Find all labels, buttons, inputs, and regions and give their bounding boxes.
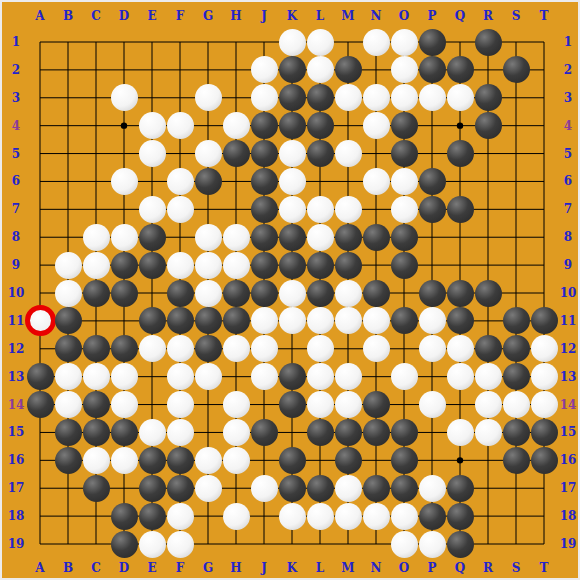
stone-S11[interactable] <box>503 307 530 334</box>
row-label-4: 4 <box>564 120 572 132</box>
stone-D16[interactable] <box>111 447 138 474</box>
stone-C10[interactable] <box>83 280 110 307</box>
stone-A13[interactable] <box>27 363 54 390</box>
stone-J10[interactable] <box>251 280 278 307</box>
stone-F16[interactable] <box>167 447 194 474</box>
row-label-6: 6 <box>12 175 20 187</box>
stone-O13[interactable] <box>391 363 418 390</box>
col-label-M: M <box>341 10 354 22</box>
stone-K10[interactable] <box>279 280 306 307</box>
col-label-S: S <box>512 10 521 22</box>
stone-E18[interactable] <box>139 503 166 530</box>
stone-Q12[interactable] <box>447 335 474 362</box>
stone-J6[interactable] <box>251 168 278 195</box>
row-label-2: 2 <box>564 64 572 76</box>
stone-O6[interactable] <box>391 168 418 195</box>
last-move-marker-stone-A11[interactable] <box>25 305 56 336</box>
col-label-D: D <box>119 10 129 22</box>
stone-S14[interactable] <box>503 391 530 418</box>
stone-K6[interactable] <box>279 168 306 195</box>
col-label-B: B <box>63 562 73 574</box>
row-label-12: 12 <box>8 343 25 355</box>
stone-N14[interactable] <box>363 391 390 418</box>
stone-L8[interactable] <box>307 224 334 251</box>
stone-L9[interactable] <box>307 252 334 279</box>
stone-E15[interactable] <box>139 419 166 446</box>
stone-N15[interactable] <box>363 419 390 446</box>
stone-M7[interactable] <box>335 196 362 223</box>
stone-D3[interactable] <box>111 84 138 111</box>
stone-F15[interactable] <box>167 419 194 446</box>
stone-H18[interactable] <box>223 503 250 530</box>
stone-K17[interactable] <box>279 475 306 502</box>
row-label-16: 16 <box>8 454 25 466</box>
stone-N17[interactable] <box>363 475 390 502</box>
stone-J8[interactable] <box>251 224 278 251</box>
stone-O5[interactable] <box>391 140 418 167</box>
stone-P12[interactable] <box>419 335 446 362</box>
stone-G5[interactable] <box>195 140 222 167</box>
stone-B16[interactable] <box>55 447 82 474</box>
stone-P18[interactable] <box>419 503 446 530</box>
stone-Q15[interactable] <box>447 419 474 446</box>
stone-B11[interactable] <box>55 307 82 334</box>
stone-O15[interactable] <box>391 419 418 446</box>
stone-P10[interactable] <box>419 280 446 307</box>
col-label-E: E <box>147 10 156 22</box>
stone-N12[interactable] <box>363 335 390 362</box>
stone-F13[interactable] <box>167 363 194 390</box>
stone-R10[interactable] <box>475 280 502 307</box>
col-label-M: M <box>341 562 354 574</box>
stone-M13[interactable] <box>335 363 362 390</box>
stone-L14[interactable] <box>307 391 334 418</box>
col-label-P: P <box>427 562 436 574</box>
stone-J15[interactable] <box>251 419 278 446</box>
stone-M15[interactable] <box>335 419 362 446</box>
stone-M18[interactable] <box>335 503 362 530</box>
row-label-8: 8 <box>564 231 572 243</box>
stone-L18[interactable] <box>307 503 334 530</box>
stone-S12[interactable] <box>503 335 530 362</box>
stone-O17[interactable] <box>391 475 418 502</box>
stone-L17[interactable] <box>307 475 334 502</box>
stone-L10[interactable] <box>307 280 334 307</box>
stone-C15[interactable] <box>83 419 110 446</box>
stone-D8[interactable] <box>111 224 138 251</box>
stone-P14[interactable] <box>419 391 446 418</box>
stone-D15[interactable] <box>111 419 138 446</box>
stone-T15[interactable] <box>531 419 558 446</box>
stone-T12[interactable] <box>531 335 558 362</box>
stone-D18[interactable] <box>111 503 138 530</box>
stone-J3[interactable] <box>251 84 278 111</box>
stone-Q5[interactable] <box>447 140 474 167</box>
stone-K8[interactable] <box>279 224 306 251</box>
stone-D19[interactable] <box>111 531 138 558</box>
stone-N6[interactable] <box>363 168 390 195</box>
stone-M17[interactable] <box>335 475 362 502</box>
screenshot-root: AABBCCDDEEFFGGHHJJKKLLMMNNOOPPQQRRSSTT11… <box>0 0 580 580</box>
stone-R1[interactable] <box>475 29 502 56</box>
row-label-2: 2 <box>12 64 20 76</box>
stone-O1[interactable] <box>391 29 418 56</box>
stone-E17[interactable] <box>139 475 166 502</box>
stone-L15[interactable] <box>307 419 334 446</box>
stone-E5[interactable] <box>139 140 166 167</box>
col-label-G: G <box>203 562 213 574</box>
stone-B13[interactable] <box>55 363 82 390</box>
row-label-16: 16 <box>560 454 577 466</box>
col-label-N: N <box>371 10 382 22</box>
row-label-3: 3 <box>564 92 572 104</box>
stone-F7[interactable] <box>167 196 194 223</box>
stone-M5[interactable] <box>335 140 362 167</box>
stone-M11[interactable] <box>335 307 362 334</box>
row-label-14: 14 <box>8 399 25 411</box>
stone-T13[interactable] <box>531 363 558 390</box>
stone-M14[interactable] <box>335 391 362 418</box>
col-label-D: D <box>119 562 129 574</box>
stone-R14[interactable] <box>475 391 502 418</box>
col-label-A: A <box>35 562 44 574</box>
stone-R13[interactable] <box>475 363 502 390</box>
stone-C16[interactable] <box>83 447 110 474</box>
col-label-O: O <box>399 562 409 574</box>
stone-E7[interactable] <box>139 196 166 223</box>
stone-K11[interactable] <box>279 307 306 334</box>
stone-D14[interactable] <box>111 391 138 418</box>
stone-J4[interactable] <box>251 112 278 139</box>
col-label-N: N <box>371 562 382 574</box>
row-label-1: 1 <box>564 36 572 48</box>
row-label-17: 17 <box>560 482 577 494</box>
stone-Q10[interactable] <box>447 280 474 307</box>
stone-G16[interactable] <box>195 447 222 474</box>
stone-G17[interactable] <box>195 475 222 502</box>
stone-H11[interactable] <box>223 307 250 334</box>
stone-M16[interactable] <box>335 447 362 474</box>
col-label-F: F <box>176 562 185 574</box>
col-label-A: A <box>35 10 44 22</box>
col-label-L: L <box>316 562 324 574</box>
stone-C9[interactable] <box>83 252 110 279</box>
stone-B15[interactable] <box>55 419 82 446</box>
stone-Q19[interactable] <box>447 531 474 558</box>
stone-P6[interactable] <box>419 168 446 195</box>
stone-M3[interactable] <box>335 84 362 111</box>
stone-P3[interactable] <box>419 84 446 111</box>
stone-H9[interactable] <box>223 252 250 279</box>
row-label-1: 1 <box>12 36 20 48</box>
row-label-7: 7 <box>564 203 572 215</box>
stone-D6[interactable] <box>111 168 138 195</box>
stone-G8[interactable] <box>195 224 222 251</box>
stone-C12[interactable] <box>83 335 110 362</box>
col-label-S: S <box>512 562 521 574</box>
col-label-B: B <box>63 10 73 22</box>
row-label-10: 10 <box>8 287 25 299</box>
stone-J13[interactable] <box>251 363 278 390</box>
stone-M9[interactable] <box>335 252 362 279</box>
row-label-9: 9 <box>564 259 572 271</box>
stone-S2[interactable] <box>503 56 530 83</box>
stone-K4[interactable] <box>279 112 306 139</box>
stone-N8[interactable] <box>363 224 390 251</box>
stone-R3[interactable] <box>475 84 502 111</box>
row-label-18: 18 <box>8 510 25 522</box>
stone-G6[interactable] <box>195 168 222 195</box>
go-board[interactable]: AABBCCDDEEFFGGHHJJKKLLMMNNOOPPQQRRSSTT11… <box>2 2 578 578</box>
stone-F19[interactable] <box>167 531 194 558</box>
row-label-10: 10 <box>560 287 577 299</box>
stone-N18[interactable] <box>363 503 390 530</box>
stone-Q7[interactable] <box>447 196 474 223</box>
stone-L7[interactable] <box>307 196 334 223</box>
stone-J2[interactable] <box>251 56 278 83</box>
stone-H15[interactable] <box>223 419 250 446</box>
stone-O3[interactable] <box>391 84 418 111</box>
stone-B10[interactable] <box>55 280 82 307</box>
stone-C14[interactable] <box>83 391 110 418</box>
stone-H4[interactable] <box>223 112 250 139</box>
stone-T14[interactable] <box>531 391 558 418</box>
stone-F6[interactable] <box>167 168 194 195</box>
stone-E19[interactable] <box>139 531 166 558</box>
stone-M8[interactable] <box>335 224 362 251</box>
stone-B14[interactable] <box>55 391 82 418</box>
stone-G9[interactable] <box>195 252 222 279</box>
stone-K1[interactable] <box>279 29 306 56</box>
col-label-G: G <box>203 10 213 22</box>
stone-Q13[interactable] <box>447 363 474 390</box>
stone-P1[interactable] <box>419 29 446 56</box>
stone-F18[interactable] <box>167 503 194 530</box>
col-label-H: H <box>230 10 241 22</box>
stone-S16[interactable] <box>503 447 530 474</box>
stone-G13[interactable] <box>195 363 222 390</box>
stone-L13[interactable] <box>307 363 334 390</box>
row-label-17: 17 <box>8 482 25 494</box>
stone-O4[interactable] <box>391 112 418 139</box>
stone-P19[interactable] <box>419 531 446 558</box>
hoshi-dot-Q4 <box>457 122 463 128</box>
stone-Q2[interactable] <box>447 56 474 83</box>
stone-K3[interactable] <box>279 84 306 111</box>
col-label-C: C <box>91 562 101 574</box>
stone-J9[interactable] <box>251 252 278 279</box>
stone-H5[interactable] <box>223 140 250 167</box>
stone-H10[interactable] <box>223 280 250 307</box>
stone-T16[interactable] <box>531 447 558 474</box>
stone-K18[interactable] <box>279 503 306 530</box>
stone-F17[interactable] <box>167 475 194 502</box>
stone-Q18[interactable] <box>447 503 474 530</box>
col-label-T: T <box>540 562 549 574</box>
stone-J11[interactable] <box>251 307 278 334</box>
stone-G10[interactable] <box>195 280 222 307</box>
stone-J5[interactable] <box>251 140 278 167</box>
stone-L2[interactable] <box>307 56 334 83</box>
stone-M2[interactable] <box>335 56 362 83</box>
row-label-12: 12 <box>560 343 577 355</box>
stone-K14[interactable] <box>279 391 306 418</box>
row-label-9: 9 <box>12 259 20 271</box>
stone-F12[interactable] <box>167 335 194 362</box>
stone-H8[interactable] <box>223 224 250 251</box>
stone-T11[interactable] <box>531 307 558 334</box>
hoshi-dot-D4 <box>121 122 127 128</box>
stone-G12[interactable] <box>195 335 222 362</box>
stone-C13[interactable] <box>83 363 110 390</box>
stone-B12[interactable] <box>55 335 82 362</box>
stone-Q11[interactable] <box>447 307 474 334</box>
row-label-11: 11 <box>8 315 25 327</box>
stone-O8[interactable] <box>391 224 418 251</box>
col-label-C: C <box>91 10 101 22</box>
stone-F4[interactable] <box>167 112 194 139</box>
stone-P17[interactable] <box>419 475 446 502</box>
row-label-8: 8 <box>12 231 20 243</box>
stone-L3[interactable] <box>307 84 334 111</box>
row-label-19: 19 <box>560 538 577 550</box>
stone-P11[interactable] <box>419 307 446 334</box>
stone-A14[interactable] <box>27 391 54 418</box>
row-label-4: 4 <box>12 120 20 132</box>
stone-O18[interactable] <box>391 503 418 530</box>
stone-C17[interactable] <box>83 475 110 502</box>
col-label-K: K <box>287 10 297 22</box>
stone-N11[interactable] <box>363 307 390 334</box>
stone-K5[interactable] <box>279 140 306 167</box>
stone-R12[interactable] <box>475 335 502 362</box>
stone-R4[interactable] <box>475 112 502 139</box>
row-label-19: 19 <box>8 538 25 550</box>
row-label-11: 11 <box>560 315 577 327</box>
col-label-H: H <box>230 562 241 574</box>
stone-L4[interactable] <box>307 112 334 139</box>
stone-B9[interactable] <box>55 252 82 279</box>
stone-O2[interactable] <box>391 56 418 83</box>
row-label-15: 15 <box>8 426 25 438</box>
stone-J7[interactable] <box>251 196 278 223</box>
stone-N1[interactable] <box>363 29 390 56</box>
row-label-6: 6 <box>564 175 572 187</box>
stone-E11[interactable] <box>139 307 166 334</box>
stone-E9[interactable] <box>139 252 166 279</box>
stone-N10[interactable] <box>363 280 390 307</box>
col-label-F: F <box>176 10 185 22</box>
col-label-K: K <box>287 562 297 574</box>
col-label-R: R <box>483 10 493 22</box>
stone-N4[interactable] <box>363 112 390 139</box>
stone-K16[interactable] <box>279 447 306 474</box>
stone-O9[interactable] <box>391 252 418 279</box>
stone-E4[interactable] <box>139 112 166 139</box>
row-label-13: 13 <box>560 371 577 383</box>
stone-J12[interactable] <box>251 335 278 362</box>
stone-G3[interactable] <box>195 84 222 111</box>
stone-E8[interactable] <box>139 224 166 251</box>
col-label-J: J <box>261 562 267 574</box>
stone-O11[interactable] <box>391 307 418 334</box>
col-label-P: P <box>427 10 436 22</box>
row-label-13: 13 <box>8 371 25 383</box>
col-label-R: R <box>483 562 493 574</box>
stone-S13[interactable] <box>503 363 530 390</box>
stone-Q3[interactable] <box>447 84 474 111</box>
hoshi-dot-Q16 <box>457 457 463 463</box>
row-label-5: 5 <box>564 148 572 160</box>
stone-F9[interactable] <box>167 252 194 279</box>
stone-O7[interactable] <box>391 196 418 223</box>
row-label-7: 7 <box>12 203 20 215</box>
stone-D10[interactable] <box>111 280 138 307</box>
row-label-18: 18 <box>560 510 577 522</box>
stone-C8[interactable] <box>83 224 110 251</box>
stone-L1[interactable] <box>307 29 334 56</box>
stone-K9[interactable] <box>279 252 306 279</box>
stone-F11[interactable] <box>167 307 194 334</box>
col-label-J: J <box>261 10 267 22</box>
stone-D13[interactable] <box>111 363 138 390</box>
col-label-T: T <box>540 10 549 22</box>
stone-P2[interactable] <box>419 56 446 83</box>
stone-F14[interactable] <box>167 391 194 418</box>
stone-P7[interactable] <box>419 196 446 223</box>
stone-H16[interactable] <box>223 447 250 474</box>
col-label-Q: Q <box>455 10 465 22</box>
stone-O19[interactable] <box>391 531 418 558</box>
stone-H12[interactable] <box>223 335 250 362</box>
stone-E16[interactable] <box>139 447 166 474</box>
stone-R15[interactable] <box>475 419 502 446</box>
stone-F10[interactable] <box>167 280 194 307</box>
stone-L5[interactable] <box>307 140 334 167</box>
stone-L11[interactable] <box>307 307 334 334</box>
stone-D9[interactable] <box>111 252 138 279</box>
row-label-14: 14 <box>560 399 577 411</box>
row-label-3: 3 <box>12 92 20 104</box>
row-label-15: 15 <box>560 426 577 438</box>
col-label-E: E <box>147 562 156 574</box>
stone-G11[interactable] <box>195 307 222 334</box>
stone-N3[interactable] <box>363 84 390 111</box>
stone-O16[interactable] <box>391 447 418 474</box>
stone-L12[interactable] <box>307 335 334 362</box>
col-label-Q: Q <box>455 562 465 574</box>
stone-S15[interactable] <box>503 419 530 446</box>
col-label-O: O <box>399 10 409 22</box>
col-label-L: L <box>316 10 324 22</box>
stone-E12[interactable] <box>139 335 166 362</box>
stone-D12[interactable] <box>111 335 138 362</box>
stone-K2[interactable] <box>279 56 306 83</box>
stone-K13[interactable] <box>279 363 306 390</box>
stone-H14[interactable] <box>223 391 250 418</box>
stone-J17[interactable] <box>251 475 278 502</box>
stone-K7[interactable] <box>279 196 306 223</box>
stone-M10[interactable] <box>335 280 362 307</box>
stone-Q17[interactable] <box>447 475 474 502</box>
row-label-5: 5 <box>12 148 20 160</box>
